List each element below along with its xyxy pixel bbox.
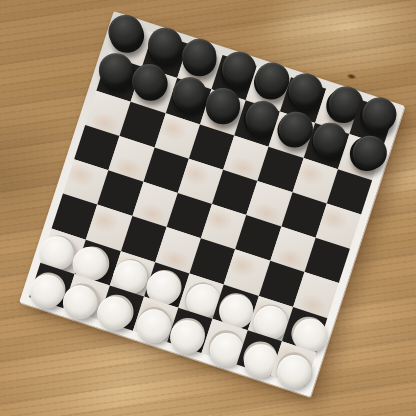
wood-table — [0, 0, 416, 416]
black-checker-piece[interactable] — [106, 15, 149, 58]
white-checker-piece[interactable] — [273, 348, 316, 391]
checkers-board — [19, 11, 405, 397]
wood-knot — [347, 73, 357, 80]
black-checker-piece[interactable] — [355, 96, 398, 139]
